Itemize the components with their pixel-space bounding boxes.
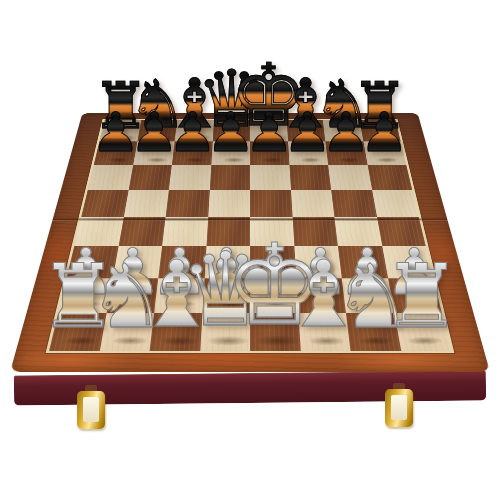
square-b1[interactable] [99,313,154,351]
square-h2[interactable] [388,278,442,313]
square-c3[interactable] [158,246,206,278]
brass-foot-left [77,385,105,429]
square-g6[interactable] [328,165,372,190]
square-f5[interactable] [291,190,335,217]
square-h8[interactable] [359,120,401,142]
square-c1[interactable] [150,313,203,351]
square-a3[interactable] [67,246,119,278]
square-h7[interactable] [363,142,406,165]
square-d1[interactable] [200,313,250,351]
brass-foot-right [385,383,413,427]
square-c6[interactable] [169,165,211,190]
square-c8[interactable] [175,120,214,142]
square-f3[interactable] [294,246,342,278]
square-e7[interactable] [250,142,289,165]
square-f8[interactable] [286,120,325,142]
brass-foot-loop [385,389,413,427]
square-a8[interactable] [99,120,141,142]
square-e1[interactable] [250,313,300,351]
square-b6[interactable] [128,165,172,190]
square-g8[interactable] [323,120,363,142]
square-a2[interactable] [58,278,112,313]
square-c5[interactable] [166,190,210,217]
square-c7[interactable] [172,142,212,165]
square-c2[interactable] [154,278,204,313]
square-b2[interactable] [106,278,158,313]
square-d3[interactable] [204,246,250,278]
square-b3[interactable] [112,246,162,278]
square-h6[interactable] [367,165,412,190]
square-g7[interactable] [325,142,367,165]
chess-board [10,113,490,372]
square-f6[interactable] [289,165,331,190]
playing-area [49,120,451,351]
square-b4[interactable] [118,217,165,246]
square-b8[interactable] [137,120,177,142]
square-e8[interactable] [250,120,288,142]
square-f4[interactable] [292,217,338,246]
square-g1[interactable] [346,313,401,351]
brass-foot-inner [83,397,99,422]
square-b7[interactable] [133,142,175,165]
square-g4[interactable] [334,217,381,246]
square-d2[interactable] [202,278,250,313]
square-a1[interactable] [49,313,106,351]
square-c4[interactable] [162,217,208,246]
square-d4[interactable] [206,217,250,246]
square-e5[interactable] [250,190,292,217]
brass-foot-loop [77,391,105,429]
square-e4[interactable] [250,217,294,246]
square-a6[interactable] [88,165,133,190]
square-h5[interactable] [372,190,419,217]
square-h1[interactable] [394,313,451,351]
square-g3[interactable] [338,246,388,278]
square-e2[interactable] [250,278,298,313]
brass-foot-inner [391,395,407,420]
square-d6[interactable] [209,165,250,190]
square-d8[interactable] [212,120,250,142]
square-f2[interactable] [296,278,346,313]
square-g2[interactable] [342,278,394,313]
square-a7[interactable] [94,142,137,165]
square-b5[interactable] [123,190,168,217]
square-d7[interactable] [211,142,250,165]
square-h4[interactable] [377,217,426,246]
square-h3[interactable] [382,246,434,278]
square-a5[interactable] [81,190,128,217]
square-e3[interactable] [250,246,296,278]
square-g5[interactable] [331,190,376,217]
product-photo-background: ♜♞♝♛♚♝♞♜♟♟♟♟♟♟♟♟♟♟♟♟♟♟♟♟♜♞♝♛♚♝♞♜ [0,0,500,500]
square-f1[interactable] [298,313,351,351]
square-d5[interactable] [208,190,250,217]
square-a4[interactable] [74,217,123,246]
square-e6[interactable] [250,165,291,190]
square-f7[interactable] [288,142,328,165]
